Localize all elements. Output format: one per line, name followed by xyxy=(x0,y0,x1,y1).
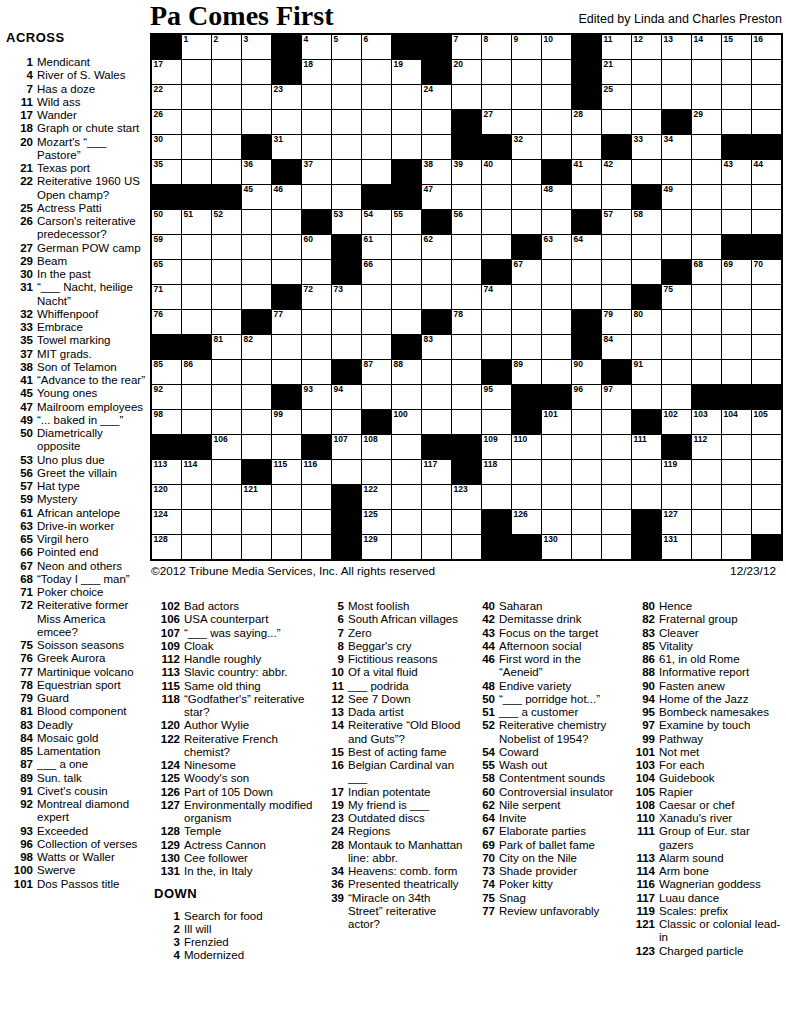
across-clue-87[interactable]: 87___ a one xyxy=(6,758,149,771)
grid-cell[interactable] xyxy=(482,410,511,434)
down-clue-64[interactable]: 64Invite xyxy=(469,812,626,825)
grid-cell[interactable]: 87 xyxy=(362,360,391,384)
grid-cell[interactable]: 27 xyxy=(482,110,511,134)
grid-cell[interactable]: 9 xyxy=(512,35,541,59)
grid-cell[interactable] xyxy=(212,385,241,409)
down-clue-74[interactable]: 74Poker kitty xyxy=(469,878,626,891)
grid-cell[interactable] xyxy=(302,485,331,509)
across-clue-131[interactable]: 131In the, in Italy xyxy=(154,865,316,878)
grid-cell[interactable] xyxy=(572,510,601,534)
grid-cell[interactable] xyxy=(482,310,511,334)
grid-cell[interactable]: 52 xyxy=(212,210,241,234)
across-clue-83[interactable]: 83Deadly xyxy=(6,719,149,732)
grid-cell[interactable] xyxy=(302,260,331,284)
down-clue-101[interactable]: 101Not met xyxy=(629,746,784,759)
grid-cell[interactable] xyxy=(242,385,271,409)
grid-cell[interactable] xyxy=(272,110,301,134)
grid-cell[interactable]: 29 xyxy=(692,110,721,134)
grid-cell[interactable]: 90 xyxy=(572,360,601,384)
grid-cell[interactable] xyxy=(572,410,601,434)
grid-cell[interactable]: 109 xyxy=(482,435,511,459)
grid-cell[interactable] xyxy=(752,485,781,509)
grid-cell[interactable] xyxy=(362,110,391,134)
grid-cell[interactable] xyxy=(212,135,241,159)
grid-cell[interactable] xyxy=(482,60,511,84)
grid-cell[interactable]: 77 xyxy=(272,310,301,334)
grid-cell[interactable]: 78 xyxy=(452,310,481,334)
grid-cell[interactable] xyxy=(752,285,781,309)
grid-cell[interactable] xyxy=(422,285,451,309)
grid-cell[interactable]: 5 xyxy=(332,35,361,59)
grid-cell[interactable] xyxy=(422,485,451,509)
grid-cell[interactable]: 49 xyxy=(662,185,691,209)
grid-cell[interactable]: 106 xyxy=(212,435,241,459)
grid-cell[interactable] xyxy=(512,85,541,109)
down-clue-19[interactable]: 19My friend is ___ xyxy=(318,799,468,812)
grid-cell[interactable] xyxy=(512,335,541,359)
grid-cell[interactable] xyxy=(542,260,571,284)
grid-cell[interactable]: 103 xyxy=(692,410,721,434)
grid-cell[interactable] xyxy=(392,510,421,534)
grid-cell[interactable] xyxy=(182,110,211,134)
across-clue-101[interactable]: 101Dos Passos title xyxy=(6,878,149,891)
grid-cell[interactable] xyxy=(722,310,751,334)
grid-cell[interactable] xyxy=(362,160,391,184)
across-clue-106[interactable]: 106USA counterpart xyxy=(154,613,316,626)
down-clue-94[interactable]: 94Home of the Jazz xyxy=(629,693,784,706)
grid-cell[interactable] xyxy=(752,510,781,534)
grid-cell[interactable] xyxy=(392,485,421,509)
down-clue-51[interactable]: 51___ a customer xyxy=(469,706,626,719)
grid-cell[interactable] xyxy=(602,260,631,284)
across-clue-1[interactable]: 1Mendicant xyxy=(6,56,149,69)
grid-cell[interactable] xyxy=(332,335,361,359)
grid-cell[interactable] xyxy=(302,110,331,134)
grid-cell[interactable]: 51 xyxy=(182,210,211,234)
grid-cell[interactable]: 50 xyxy=(152,210,181,234)
down-clue-34[interactable]: 34Heavens: comb. form xyxy=(318,865,468,878)
grid-cell[interactable]: 11 xyxy=(602,35,631,59)
grid-cell[interactable]: 22 xyxy=(152,85,181,109)
across-clue-72[interactable]: 72Reiterative former Miss America emcee? xyxy=(6,599,149,639)
down-clue-17[interactable]: 17Indian potentate xyxy=(318,786,468,799)
grid-cell[interactable]: 74 xyxy=(482,285,511,309)
grid-cell[interactable] xyxy=(392,385,421,409)
grid-cell[interactable] xyxy=(572,535,601,559)
across-clue-47[interactable]: 47Mailroom employees xyxy=(6,401,149,414)
grid-cell[interactable]: 23 xyxy=(272,85,301,109)
down-clue-116[interactable]: 116Wagnerian goddess xyxy=(629,878,784,891)
grid-cell[interactable] xyxy=(392,535,421,559)
grid-cell[interactable] xyxy=(752,460,781,484)
down-clue-104[interactable]: 104Guidebook xyxy=(629,772,784,785)
grid-cell[interactable]: 131 xyxy=(662,535,691,559)
across-clue-63[interactable]: 63Drive-in worker xyxy=(6,520,149,533)
grid-cell[interactable]: 68 xyxy=(692,260,721,284)
down-clue-121[interactable]: 121Classic or colonial lead-in xyxy=(629,918,784,945)
across-clue-53[interactable]: 53Uno plus due xyxy=(6,454,149,467)
grid-cell[interactable] xyxy=(722,60,751,84)
down-clue-2[interactable]: 2Ill will xyxy=(154,923,316,936)
grid-cell[interactable]: 57 xyxy=(602,210,631,234)
grid-cell[interactable] xyxy=(452,185,481,209)
across-clue-21[interactable]: 21Texas port xyxy=(6,162,149,175)
grid-cell[interactable] xyxy=(362,310,391,334)
grid-cell[interactable]: 12 xyxy=(632,35,661,59)
grid-cell[interactable] xyxy=(242,110,271,134)
across-clue-57[interactable]: 57Hat type xyxy=(6,480,149,493)
grid-cell[interactable] xyxy=(572,260,601,284)
grid-cell[interactable]: 112 xyxy=(692,435,721,459)
grid-cell[interactable] xyxy=(542,460,571,484)
grid-cell[interactable]: 14 xyxy=(692,35,721,59)
grid-cell[interactable] xyxy=(662,85,691,109)
down-clue-117[interactable]: 117Luau dance xyxy=(629,892,784,905)
grid-cell[interactable] xyxy=(302,85,331,109)
grid-cell[interactable]: 43 xyxy=(722,160,751,184)
across-clue-4[interactable]: 4River of S. Wales xyxy=(6,69,149,82)
grid-cell[interactable] xyxy=(212,235,241,259)
grid-cell[interactable] xyxy=(632,485,661,509)
grid-cell[interactable] xyxy=(572,285,601,309)
down-clue-103[interactable]: 103For each xyxy=(629,759,784,772)
grid-cell[interactable]: 92 xyxy=(152,385,181,409)
down-clue-77[interactable]: 77Review unfavorably xyxy=(469,905,626,918)
grid-cell[interactable]: 91 xyxy=(632,360,661,384)
down-clue-23[interactable]: 23Outdated discs xyxy=(318,812,468,825)
grid-cell[interactable] xyxy=(722,510,751,534)
across-clue-113[interactable]: 113Slavic country: abbr. xyxy=(154,666,316,679)
across-clue-107[interactable]: 107“___ was saying...” xyxy=(154,627,316,640)
grid-cell[interactable]: 10 xyxy=(542,35,571,59)
grid-cell[interactable]: 88 xyxy=(392,360,421,384)
grid-cell[interactable] xyxy=(632,335,661,359)
grid-cell[interactable] xyxy=(602,485,631,509)
grid-cell[interactable] xyxy=(482,210,511,234)
down-clue-88[interactable]: 88Informative report xyxy=(629,666,784,679)
grid-cell[interactable] xyxy=(362,135,391,159)
grid-cell[interactable] xyxy=(392,285,421,309)
down-clue-114[interactable]: 114Arm bone xyxy=(629,865,784,878)
grid-cell[interactable]: 36 xyxy=(242,160,271,184)
grid-cell[interactable] xyxy=(692,210,721,234)
grid-cell[interactable]: 123 xyxy=(452,485,481,509)
down-clue-40[interactable]: 40Saharan xyxy=(469,600,626,613)
grid-cell[interactable] xyxy=(692,360,721,384)
grid-cell[interactable] xyxy=(302,410,331,434)
grid-cell[interactable] xyxy=(542,435,571,459)
grid-cell[interactable] xyxy=(212,260,241,284)
grid-cell[interactable] xyxy=(332,410,361,434)
grid-cell[interactable] xyxy=(662,385,691,409)
grid-cell[interactable] xyxy=(422,410,451,434)
grid-cell[interactable]: 24 xyxy=(422,85,451,109)
down-clue-60[interactable]: 60Controversial insulator xyxy=(469,786,626,799)
across-clue-7[interactable]: 7Has a doze xyxy=(6,83,149,96)
across-clue-125[interactable]: 125Woody's son xyxy=(154,772,316,785)
grid-cell[interactable]: 7 xyxy=(452,35,481,59)
grid-cell[interactable] xyxy=(692,85,721,109)
grid-cell[interactable] xyxy=(362,285,391,309)
grid-cell[interactable]: 69 xyxy=(722,260,751,284)
down-clue-10[interactable]: 10Of a vital fluid xyxy=(318,666,468,679)
grid-cell[interactable] xyxy=(752,185,781,209)
grid-cell[interactable] xyxy=(572,135,601,159)
grid-cell[interactable] xyxy=(722,360,751,384)
grid-cell[interactable]: 56 xyxy=(452,210,481,234)
grid-cell[interactable]: 6 xyxy=(362,35,391,59)
across-clue-71[interactable]: 71Poker choice xyxy=(6,586,149,599)
grid-cell[interactable] xyxy=(182,260,211,284)
down-clue-46[interactable]: 46First word in the “Aeneid” xyxy=(469,653,626,680)
grid-cell[interactable] xyxy=(482,85,511,109)
grid-cell[interactable] xyxy=(722,110,751,134)
down-clue-7[interactable]: 7Zero xyxy=(318,627,468,640)
grid-cell[interactable] xyxy=(512,460,541,484)
grid-cell[interactable] xyxy=(242,435,271,459)
across-clue-85[interactable]: 85Lamentation xyxy=(6,745,149,758)
grid-cell[interactable] xyxy=(722,435,751,459)
grid-cell[interactable] xyxy=(452,85,481,109)
grid-cell[interactable]: 80 xyxy=(632,310,661,334)
across-clue-96[interactable]: 96Collection of verses xyxy=(6,838,149,851)
across-clue-26[interactable]: 26Carson's reiterative predecessor? xyxy=(6,215,149,242)
grid-cell[interactable] xyxy=(542,285,571,309)
grid-cell[interactable] xyxy=(692,335,721,359)
grid-cell[interactable]: 44 xyxy=(752,160,781,184)
grid-cell[interactable]: 58 xyxy=(632,210,661,234)
grid-cell[interactable] xyxy=(212,110,241,134)
grid-cell[interactable] xyxy=(662,335,691,359)
grid-cell[interactable] xyxy=(182,535,211,559)
grid-cell[interactable]: 129 xyxy=(362,535,391,559)
grid-cell[interactable]: 19 xyxy=(392,60,421,84)
down-clue-105[interactable]: 105Rapier xyxy=(629,786,784,799)
down-clue-69[interactable]: 69Park of ballet fame xyxy=(469,839,626,852)
grid-cell[interactable] xyxy=(272,510,301,534)
grid-cell[interactable] xyxy=(512,485,541,509)
across-clue-45[interactable]: 45Young ones xyxy=(6,387,149,400)
grid-cell[interactable]: 40 xyxy=(482,160,511,184)
grid-cell[interactable] xyxy=(272,235,301,259)
grid-cell[interactable]: 105 xyxy=(752,410,781,434)
down-clue-82[interactable]: 82Fraternal group xyxy=(629,613,784,626)
grid-cell[interactable] xyxy=(482,185,511,209)
grid-cell[interactable]: 61 xyxy=(362,235,391,259)
down-clue-11[interactable]: 11___ podrida xyxy=(318,680,468,693)
grid-cell[interactable] xyxy=(602,235,631,259)
grid-cell[interactable]: 66 xyxy=(362,260,391,284)
across-clue-30[interactable]: 30In the past xyxy=(6,268,149,281)
grid-cell[interactable] xyxy=(662,235,691,259)
grid-cell[interactable] xyxy=(752,110,781,134)
grid-cell[interactable] xyxy=(452,285,481,309)
down-clue-52[interactable]: 52Reiterative chemistry Nobelist of 1954… xyxy=(469,719,626,746)
across-clue-127[interactable]: 127Environmentally modified organism xyxy=(154,799,316,826)
down-clue-70[interactable]: 70City on the Nile xyxy=(469,852,626,865)
grid-cell[interactable] xyxy=(392,435,421,459)
down-clue-24[interactable]: 24Regions xyxy=(318,825,468,838)
grid-cell[interactable]: 117 xyxy=(422,460,451,484)
grid-cell[interactable]: 95 xyxy=(482,385,511,409)
grid-cell[interactable]: 25 xyxy=(602,85,631,109)
down-clue-97[interactable]: 97Examine by touch xyxy=(629,719,784,732)
grid-cell[interactable] xyxy=(632,460,661,484)
grid-cell[interactable] xyxy=(182,135,211,159)
grid-cell[interactable] xyxy=(542,60,571,84)
down-clue-110[interactable]: 110Xanadu's river xyxy=(629,812,784,825)
grid-cell[interactable] xyxy=(422,110,451,134)
grid-cell[interactable]: 32 xyxy=(512,135,541,159)
grid-cell[interactable] xyxy=(392,260,421,284)
across-clue-49[interactable]: 49“... baked in ___” xyxy=(6,414,149,427)
grid-cell[interactable] xyxy=(332,310,361,334)
grid-cell[interactable] xyxy=(692,135,721,159)
grid-cell[interactable]: 118 xyxy=(482,460,511,484)
grid-cell[interactable]: 127 xyxy=(662,510,691,534)
grid-cell[interactable] xyxy=(182,385,211,409)
grid-cell[interactable] xyxy=(422,260,451,284)
across-clue-128[interactable]: 128Temple xyxy=(154,825,316,838)
across-clue-18[interactable]: 18Graph or chute start xyxy=(6,122,149,135)
grid-cell[interactable] xyxy=(542,360,571,384)
grid-cell[interactable] xyxy=(332,135,361,159)
grid-cell[interactable] xyxy=(362,60,391,84)
down-clue-8[interactable]: 8Beggar's cry xyxy=(318,640,468,653)
grid-cell[interactable] xyxy=(392,235,421,259)
grid-cell[interactable] xyxy=(572,185,601,209)
grid-cell[interactable]: 113 xyxy=(152,460,181,484)
grid-cell[interactable] xyxy=(632,60,661,84)
grid-cell[interactable]: 60 xyxy=(302,235,331,259)
grid-cell[interactable]: 55 xyxy=(392,210,421,234)
grid-cell[interactable] xyxy=(692,235,721,259)
down-clue-85[interactable]: 85Vitality xyxy=(629,640,784,653)
down-clue-108[interactable]: 108Caesar or chef xyxy=(629,799,784,812)
down-clue-15[interactable]: 15Best of acting fame xyxy=(318,746,468,759)
grid-cell[interactable] xyxy=(692,485,721,509)
grid-cell[interactable] xyxy=(752,435,781,459)
grid-cell[interactable] xyxy=(392,110,421,134)
grid-cell[interactable]: 64 xyxy=(572,235,601,259)
down-clue-62[interactable]: 62Nile serpent xyxy=(469,799,626,812)
grid-cell[interactable] xyxy=(362,460,391,484)
grid-cell[interactable]: 59 xyxy=(152,235,181,259)
grid-cell[interactable]: 16 xyxy=(752,35,781,59)
across-clue-130[interactable]: 130Cee follower xyxy=(154,852,316,865)
grid-cell[interactable]: 126 xyxy=(512,510,541,534)
grid-cell[interactable] xyxy=(242,235,271,259)
grid-cell[interactable] xyxy=(512,310,541,334)
grid-cell[interactable] xyxy=(632,385,661,409)
across-clue-56[interactable]: 56Greet the villain xyxy=(6,467,149,480)
across-clue-61[interactable]: 61African antelope xyxy=(6,507,149,520)
grid-cell[interactable]: 30 xyxy=(152,135,181,159)
grid-cell[interactable] xyxy=(602,185,631,209)
across-clue-20[interactable]: 20Mozart's “___ Pastore” xyxy=(6,136,149,163)
down-clue-50[interactable]: 50“___ porridge hot...” xyxy=(469,693,626,706)
down-clue-42[interactable]: 42Demitasse drink xyxy=(469,613,626,626)
grid-cell[interactable] xyxy=(692,60,721,84)
grid-cell[interactable] xyxy=(212,410,241,434)
grid-cell[interactable]: 62 xyxy=(422,235,451,259)
grid-cell[interactable] xyxy=(242,60,271,84)
grid-cell[interactable] xyxy=(482,485,511,509)
grid-cell[interactable] xyxy=(362,385,391,409)
grid-cell[interactable]: 3 xyxy=(242,35,271,59)
grid-cell[interactable]: 82 xyxy=(242,335,271,359)
down-clue-16[interactable]: 16Belgian Cardinal van ___ xyxy=(318,759,468,786)
grid-cell[interactable]: 97 xyxy=(602,385,631,409)
grid-cell[interactable]: 86 xyxy=(182,360,211,384)
across-clue-93[interactable]: 93Exceeded xyxy=(6,825,149,838)
grid-cell[interactable] xyxy=(542,510,571,534)
down-clue-28[interactable]: 28Montauk to Manhattan line: abbr. xyxy=(318,839,468,866)
grid-cell[interactable]: 99 xyxy=(272,410,301,434)
grid-cell[interactable]: 37 xyxy=(302,160,331,184)
grid-cell[interactable] xyxy=(392,460,421,484)
grid-cell[interactable] xyxy=(692,310,721,334)
down-clue-39[interactable]: 39“Miracle on 34th Street” reiterative a… xyxy=(318,892,468,932)
down-clue-95[interactable]: 95Bombeck namesakes xyxy=(629,706,784,719)
grid-cell[interactable] xyxy=(182,285,211,309)
across-clue-65[interactable]: 65Virgil hero xyxy=(6,533,149,546)
grid-cell[interactable] xyxy=(392,135,421,159)
grid-cell[interactable] xyxy=(332,110,361,134)
across-clue-118[interactable]: 118“Godfather's” reiterative star? xyxy=(154,693,316,720)
grid-cell[interactable] xyxy=(752,210,781,234)
grid-cell[interactable]: 39 xyxy=(452,160,481,184)
across-clue-38[interactable]: 38Son of Telamon xyxy=(6,361,149,374)
down-clue-13[interactable]: 13Dada artist xyxy=(318,706,468,719)
grid-cell[interactable] xyxy=(752,310,781,334)
grid-cell[interactable] xyxy=(752,85,781,109)
grid-cell[interactable] xyxy=(632,85,661,109)
grid-cell[interactable] xyxy=(722,460,751,484)
down-clue-73[interactable]: 73Shade provider xyxy=(469,865,626,878)
grid-cell[interactable] xyxy=(332,160,361,184)
grid-cell[interactable]: 34 xyxy=(662,135,691,159)
grid-cell[interactable] xyxy=(272,260,301,284)
grid-cell[interactable] xyxy=(452,385,481,409)
grid-cell[interactable]: 47 xyxy=(422,185,451,209)
grid-cell[interactable] xyxy=(452,410,481,434)
grid-cell[interactable]: 75 xyxy=(662,285,691,309)
grid-cell[interactable] xyxy=(272,485,301,509)
grid-cell[interactable] xyxy=(302,135,331,159)
across-clue-41[interactable]: 41“Advance to the rear” xyxy=(6,374,149,387)
grid-cell[interactable] xyxy=(422,385,451,409)
grid-cell[interactable] xyxy=(572,460,601,484)
grid-cell[interactable]: 108 xyxy=(362,435,391,459)
grid-cell[interactable]: 94 xyxy=(332,385,361,409)
grid-cell[interactable]: 85 xyxy=(152,360,181,384)
across-clue-35[interactable]: 35Towel marking xyxy=(6,334,149,347)
grid-cell[interactable] xyxy=(692,460,721,484)
across-clue-32[interactable]: 32Whiffenpoof xyxy=(6,308,149,321)
down-clue-86[interactable]: 8661, in old Rome xyxy=(629,653,784,666)
grid-cell[interactable]: 1 xyxy=(182,35,211,59)
grid-cell[interactable]: 42 xyxy=(602,160,631,184)
across-clue-25[interactable]: 25Actress Patti xyxy=(6,202,149,215)
across-clue-100[interactable]: 100Swerve xyxy=(6,864,149,877)
grid-cell[interactable] xyxy=(182,410,211,434)
grid-cell[interactable] xyxy=(452,335,481,359)
grid-cell[interactable]: 89 xyxy=(512,360,541,384)
grid-cell[interactable] xyxy=(212,310,241,334)
grid-cell[interactable] xyxy=(392,85,421,109)
grid-cell[interactable] xyxy=(212,535,241,559)
